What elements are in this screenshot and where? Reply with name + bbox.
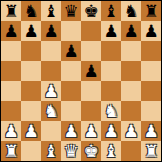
white-rook[interactable]: ♜ [3, 141, 18, 161]
white-king[interactable]: ♚ [83, 141, 98, 161]
square-g4[interactable] [121, 81, 141, 101]
square-c7[interactable]: ♟ [41, 21, 61, 41]
square-a2[interactable]: ♟ [1, 121, 21, 141]
square-e2[interactable]: ♟ [81, 121, 101, 141]
square-c6[interactable] [41, 41, 61, 61]
square-b2[interactable]: ♟ [21, 121, 41, 141]
square-d3[interactable] [61, 101, 81, 121]
square-f1[interactable]: ♝ [101, 141, 121, 161]
square-d1[interactable]: ♛ [61, 141, 81, 161]
square-d8[interactable]: ♛ [61, 1, 81, 21]
square-g5[interactable] [121, 61, 141, 81]
square-c2[interactable] [41, 121, 61, 141]
black-pawn[interactable]: ♟ [3, 21, 18, 41]
white-pawn[interactable]: ♟ [123, 121, 138, 141]
square-a8[interactable]: ♜ [1, 1, 21, 21]
square-e5[interactable]: ♟ [81, 61, 101, 81]
black-queen[interactable]: ♛ [63, 1, 78, 21]
black-bishop[interactable]: ♝ [43, 1, 58, 21]
white-bishop[interactable]: ♝ [103, 141, 118, 161]
black-pawn[interactable]: ♟ [123, 21, 138, 41]
white-pawn[interactable]: ♟ [103, 121, 118, 141]
square-h3[interactable] [141, 101, 161, 121]
square-g3[interactable] [121, 101, 141, 121]
square-e6[interactable] [81, 41, 101, 61]
square-h4[interactable] [141, 81, 161, 101]
square-d5[interactable] [61, 61, 81, 81]
white-knight[interactable]: ♞ [103, 101, 118, 121]
square-e4[interactable] [81, 81, 101, 101]
square-f8[interactable]: ♝ [101, 1, 121, 21]
square-d6[interactable]: ♟ [61, 41, 81, 61]
square-g6[interactable] [121, 41, 141, 61]
square-f3[interactable]: ♞ [101, 101, 121, 121]
square-e3[interactable] [81, 101, 101, 121]
square-b7[interactable]: ♟ [21, 21, 41, 41]
square-a4[interactable] [1, 81, 21, 101]
square-f5[interactable] [101, 61, 121, 81]
white-rook[interactable]: ♜ [143, 141, 158, 161]
square-a1[interactable]: ♜ [1, 141, 21, 161]
square-h2[interactable]: ♟ [141, 121, 161, 141]
white-pawn[interactable]: ♟ [143, 121, 158, 141]
square-b4[interactable] [21, 81, 41, 101]
black-king[interactable]: ♚ [83, 1, 98, 21]
square-h1[interactable]: ♜ [141, 141, 161, 161]
square-a7[interactable]: ♟ [1, 21, 21, 41]
square-f4[interactable] [101, 81, 121, 101]
square-c4[interactable]: ♟ [41, 81, 61, 101]
square-e7[interactable] [81, 21, 101, 41]
black-knight[interactable]: ♞ [123, 1, 138, 21]
square-f7[interactable]: ♟ [101, 21, 121, 41]
square-b5[interactable] [21, 61, 41, 81]
white-knight[interactable]: ♞ [43, 101, 58, 121]
square-c1[interactable]: ♝ [41, 141, 61, 161]
square-g7[interactable]: ♟ [121, 21, 141, 41]
square-e8[interactable]: ♚ [81, 1, 101, 21]
white-queen[interactable]: ♛ [63, 141, 78, 161]
white-pawn[interactable]: ♟ [83, 121, 98, 141]
square-e1[interactable]: ♚ [81, 141, 101, 161]
square-a5[interactable] [1, 61, 21, 81]
square-d2[interactable]: ♟ [61, 121, 81, 141]
square-b1[interactable] [21, 141, 41, 161]
square-h7[interactable]: ♟ [141, 21, 161, 41]
square-b6[interactable] [21, 41, 41, 61]
white-pawn[interactable]: ♟ [3, 121, 18, 141]
square-a6[interactable] [1, 41, 21, 61]
square-a3[interactable] [1, 101, 21, 121]
square-h8[interactable]: ♜ [141, 1, 161, 21]
square-c3[interactable]: ♞ [41, 101, 61, 121]
square-c8[interactable]: ♝ [41, 1, 61, 21]
chess-board-container: ♜♞♝♛♚♝♞♜♟♟♟♟♟♟♟♟♟♞♞♟♟♟♟♟♟♟♜♝♛♚♝♜ [0, 0, 162, 162]
square-d4[interactable] [61, 81, 81, 101]
white-bishop[interactable]: ♝ [43, 141, 58, 161]
black-pawn[interactable]: ♟ [143, 21, 158, 41]
black-rook[interactable]: ♜ [3, 1, 18, 21]
black-bishop[interactable]: ♝ [103, 1, 118, 21]
square-d7[interactable] [61, 21, 81, 41]
white-pawn[interactable]: ♟ [43, 81, 58, 101]
white-pawn[interactable]: ♟ [63, 121, 78, 141]
black-pawn[interactable]: ♟ [43, 21, 58, 41]
square-h5[interactable] [141, 61, 161, 81]
square-g8[interactable]: ♞ [121, 1, 141, 21]
black-pawn[interactable]: ♟ [83, 61, 98, 81]
square-c5[interactable] [41, 61, 61, 81]
square-b3[interactable] [21, 101, 41, 121]
black-rook[interactable]: ♜ [143, 1, 158, 21]
square-g2[interactable]: ♟ [121, 121, 141, 141]
black-pawn[interactable]: ♟ [63, 41, 78, 61]
white-pawn[interactable]: ♟ [23, 121, 38, 141]
square-h6[interactable] [141, 41, 161, 61]
square-g1[interactable] [121, 141, 141, 161]
chess-board: ♜♞♝♛♚♝♞♜♟♟♟♟♟♟♟♟♟♞♞♟♟♟♟♟♟♟♜♝♛♚♝♜ [0, 0, 162, 162]
black-pawn[interactable]: ♟ [103, 21, 118, 41]
square-f6[interactable] [101, 41, 121, 61]
square-b8[interactable]: ♞ [21, 1, 41, 21]
black-pawn[interactable]: ♟ [23, 21, 38, 41]
black-knight[interactable]: ♞ [23, 1, 38, 21]
square-f2[interactable]: ♟ [101, 121, 121, 141]
